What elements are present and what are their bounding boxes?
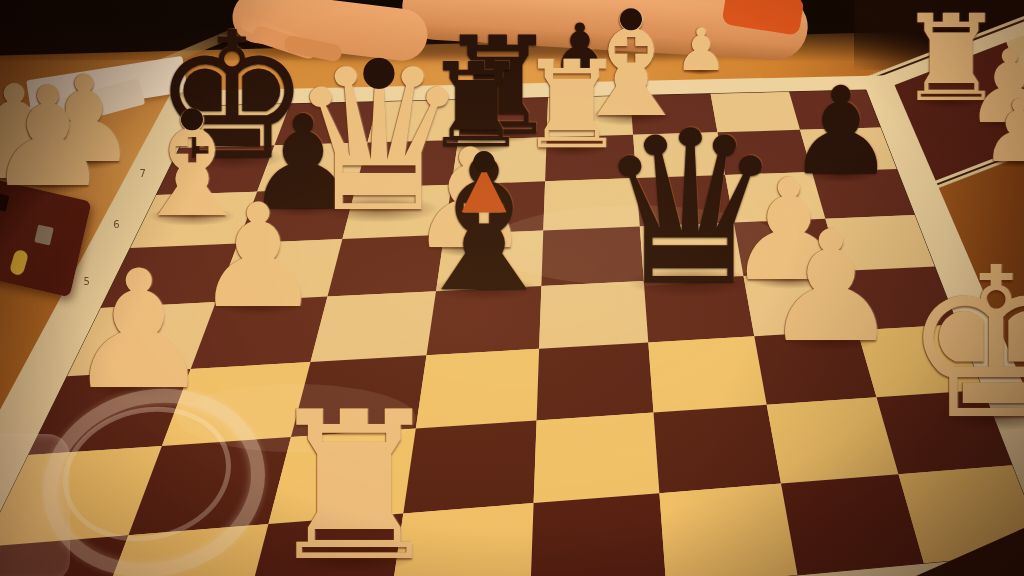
white-rook-icon: ♜	[262, 384, 446, 576]
piece-bB-d4[interactable]: ♝▲●	[402, 153, 565, 293]
piece-bQ-f5[interactable]: ♛	[595, 124, 785, 287]
dark-finial-icon: ●	[618, 3, 643, 32]
dark-finial-icon: ●	[361, 50, 397, 91]
white-pawn-icon: ♟	[762, 211, 900, 364]
piece-wR-c2[interactable]: ♜	[262, 405, 446, 563]
piece-wP-b5[interactable]: ♟	[194, 199, 322, 309]
dark-finial-icon: ●	[179, 103, 204, 132]
black-queen-icon: ♛	[595, 103, 785, 315]
white-pawn-icon: ♟	[194, 185, 322, 328]
white-king-icon: ♚	[903, 240, 1024, 448]
white-pawn-icon: ♟	[66, 249, 213, 413]
second-board-white-p: ♟	[981, 98, 1024, 164]
black-ball-finial-icon: ●	[472, 146, 496, 174]
captured-white-pawn: ♟	[0, 83, 110, 189]
piece-wP-a5[interactable]: ♟	[66, 265, 213, 391]
piece-wK-h3[interactable]: ♚	[903, 261, 1024, 421]
photo-scene: 765gh ♝●♜♜♜♚♟♟♛●♝●♟♟♛♝▲●♟♟♟♚♜♟♟♟♟♟♜♟♟	[0, 0, 1024, 576]
white-pawn-icon: ♟	[981, 89, 1024, 175]
piece-wP-h4[interactable]: ♟	[762, 226, 900, 344]
pieces-layer: ♝●♜♜♜♚♟♟♛●♝●♟♟♛♝▲●♟♟♟♚♜♟♟♟♟♟♜♟♟	[0, 0, 1024, 576]
white-pawn-icon: ♟	[0, 69, 110, 207]
